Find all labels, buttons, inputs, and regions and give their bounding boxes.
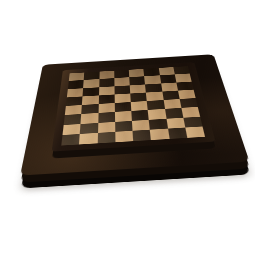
board-frame — [52, 62, 216, 151]
square-e1 — [133, 130, 152, 142]
square-g1 — [167, 127, 187, 139]
square-c1 — [97, 132, 115, 144]
square-b1 — [79, 133, 97, 145]
square-a1 — [61, 134, 80, 146]
chess-board-grid — [61, 66, 205, 145]
square-d1 — [115, 131, 133, 143]
square-h1 — [185, 126, 205, 138]
square-f1 — [150, 128, 169, 140]
chessboard-product-photo — [0, 0, 255, 255]
